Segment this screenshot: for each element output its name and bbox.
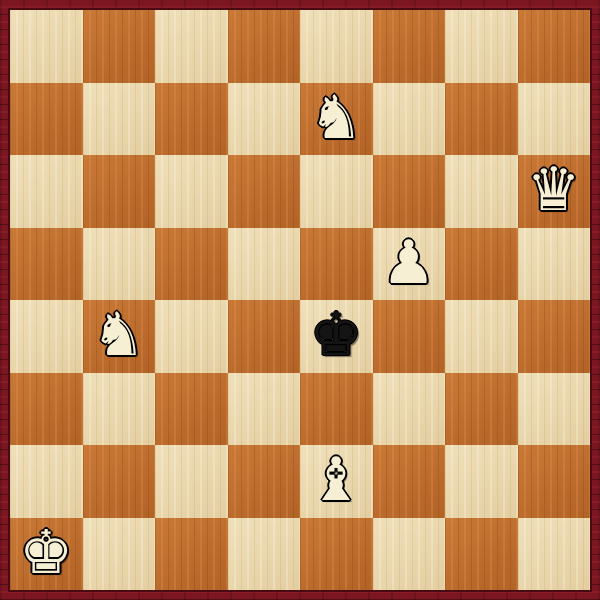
square-a2[interactable]: [10, 445, 83, 518]
square-d6[interactable]: [228, 155, 301, 228]
square-g3[interactable]: [445, 373, 518, 446]
square-e8[interactable]: [300, 10, 373, 83]
square-f1[interactable]: [373, 518, 446, 591]
square-c7[interactable]: [155, 83, 228, 156]
square-h4[interactable]: [518, 300, 591, 373]
square-a1[interactable]: ♚: [10, 518, 83, 591]
square-h1[interactable]: [518, 518, 591, 591]
piece-white-bishop-e2[interactable]: ♝: [309, 449, 363, 509]
square-e1[interactable]: [300, 518, 373, 591]
square-d2[interactable]: [228, 445, 301, 518]
square-e3[interactable]: [300, 373, 373, 446]
square-e6[interactable]: [300, 155, 373, 228]
square-c3[interactable]: [155, 373, 228, 446]
piece-white-pawn-f5[interactable]: ♟: [382, 232, 436, 292]
square-f2[interactable]: [373, 445, 446, 518]
piece-white-knight-b4[interactable]: ♞: [92, 304, 146, 364]
square-b5[interactable]: [83, 228, 156, 301]
square-e5[interactable]: [300, 228, 373, 301]
square-h2[interactable]: [518, 445, 591, 518]
square-b6[interactable]: [83, 155, 156, 228]
square-e2[interactable]: ♝: [300, 445, 373, 518]
square-f7[interactable]: [373, 83, 446, 156]
square-f5[interactable]: ♟: [373, 228, 446, 301]
piece-white-knight-e7[interactable]: ♞: [309, 87, 363, 147]
square-a7[interactable]: [10, 83, 83, 156]
square-e4[interactable]: ♚: [300, 300, 373, 373]
board: ♞♛♟♞♚♝♚: [10, 10, 590, 590]
square-f3[interactable]: [373, 373, 446, 446]
square-a5[interactable]: [10, 228, 83, 301]
piece-black-king-e4[interactable]: ♚: [309, 304, 363, 364]
square-h5[interactable]: [518, 228, 591, 301]
square-c5[interactable]: [155, 228, 228, 301]
square-c6[interactable]: [155, 155, 228, 228]
square-b2[interactable]: [83, 445, 156, 518]
piece-white-king-a1[interactable]: ♚: [19, 522, 73, 582]
square-c1[interactable]: [155, 518, 228, 591]
square-e7[interactable]: ♞: [300, 83, 373, 156]
board-frame: ♞♛♟♞♚♝♚: [0, 0, 600, 600]
square-g1[interactable]: [445, 518, 518, 591]
square-b1[interactable]: [83, 518, 156, 591]
square-b8[interactable]: [83, 10, 156, 83]
square-b4[interactable]: ♞: [83, 300, 156, 373]
square-g5[interactable]: [445, 228, 518, 301]
square-g4[interactable]: [445, 300, 518, 373]
square-f4[interactable]: [373, 300, 446, 373]
square-a3[interactable]: [10, 373, 83, 446]
square-g7[interactable]: [445, 83, 518, 156]
square-h3[interactable]: [518, 373, 591, 446]
square-f6[interactable]: [373, 155, 446, 228]
square-b3[interactable]: [83, 373, 156, 446]
square-g8[interactable]: [445, 10, 518, 83]
square-d7[interactable]: [228, 83, 301, 156]
square-d5[interactable]: [228, 228, 301, 301]
square-h6[interactable]: ♛: [518, 155, 591, 228]
square-d4[interactable]: [228, 300, 301, 373]
square-h7[interactable]: [518, 83, 591, 156]
square-g6[interactable]: [445, 155, 518, 228]
square-c8[interactable]: [155, 10, 228, 83]
square-g2[interactable]: [445, 445, 518, 518]
square-d1[interactable]: [228, 518, 301, 591]
square-f8[interactable]: [373, 10, 446, 83]
square-a4[interactable]: [10, 300, 83, 373]
square-c2[interactable]: [155, 445, 228, 518]
square-b7[interactable]: [83, 83, 156, 156]
square-a6[interactable]: [10, 155, 83, 228]
square-a8[interactable]: [10, 10, 83, 83]
square-d3[interactable]: [228, 373, 301, 446]
piece-white-queen-h6[interactable]: ♛: [527, 159, 581, 219]
square-h8[interactable]: [518, 10, 591, 83]
square-d8[interactable]: [228, 10, 301, 83]
square-c4[interactable]: [155, 300, 228, 373]
